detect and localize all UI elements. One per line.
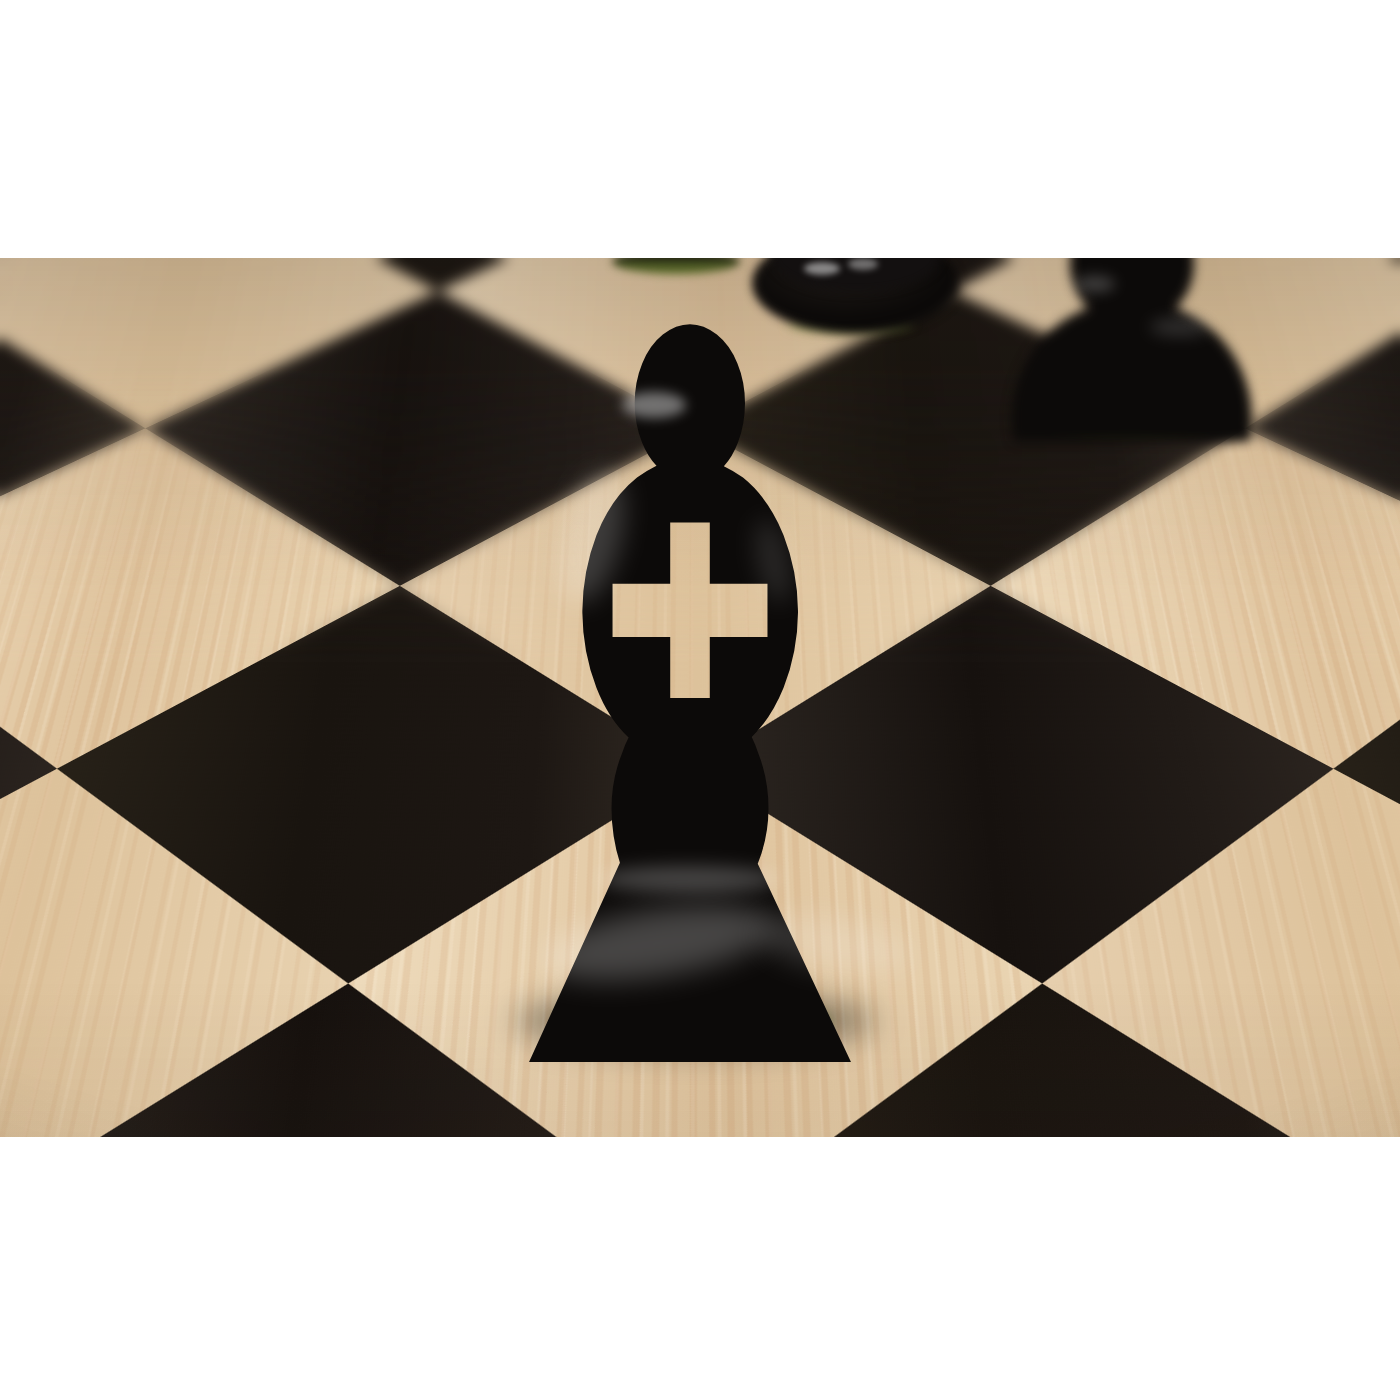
black-pawn-partial-f7: ♟ [957, 258, 1307, 478]
bishop-glyph: ♝ [382, 258, 998, 1137]
chessboard-photo: ♟ ♝ [0, 258, 1400, 1137]
page: { "game": "chess", "scene": { "descripti… [0, 0, 1400, 1400]
black-bishop: ♝ [418, 346, 962, 1078]
pawn-glyph: ♟ [953, 258, 1312, 503]
white-margin-bottom [0, 1137, 1400, 1400]
white-margin-top [0, 0, 1400, 258]
